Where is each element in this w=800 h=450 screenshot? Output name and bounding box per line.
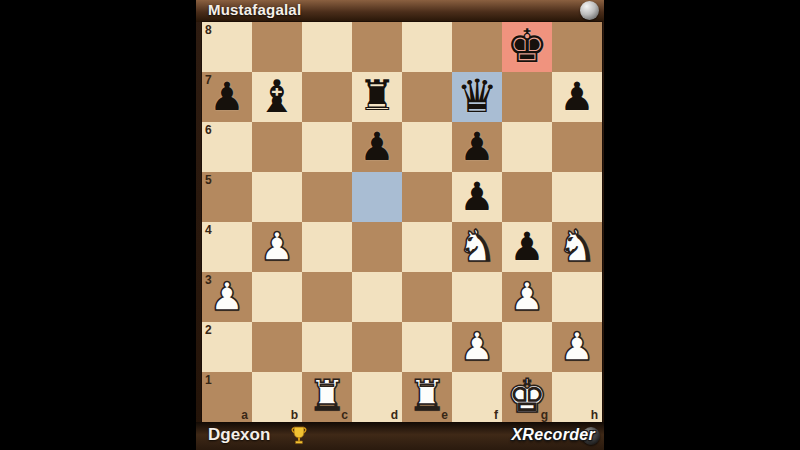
chess-board: 8♚7♟♝♜♛♟6♟♟5♟4♟♞♟♞3♟♟2♟♟1abc♜de♜fg♚h [202,22,602,422]
square-g3[interactable]: ♟ [502,272,552,322]
square-a2[interactable]: 2 [202,322,252,372]
rank-label-6: 6 [205,123,212,137]
square-d4[interactable] [352,222,402,272]
square-c8[interactable] [302,22,352,72]
square-a7[interactable]: 7♟ [202,72,252,122]
square-a6[interactable]: 6 [202,122,252,172]
square-h1[interactable]: h [552,372,602,422]
square-a3[interactable]: 3♟ [202,272,252,322]
file-label-h: h [591,408,598,422]
piece-white-knight[interactable]: ♞ [452,221,502,271]
piece-black-pawn[interactable]: ♟ [502,221,552,271]
square-e3[interactable] [402,272,452,322]
piece-black-pawn[interactable]: ♟ [552,71,602,121]
piece-black-bishop[interactable]: ♝ [252,71,302,121]
square-f5[interactable]: ♟ [452,172,502,222]
file-label-a: a [241,408,248,422]
top-player-name: Mustafagalal [208,1,301,18]
rank-label-1: 1 [205,373,212,387]
square-h3[interactable] [552,272,602,322]
square-d8[interactable] [352,22,402,72]
square-c6[interactable] [302,122,352,172]
piece-white-pawn[interactable]: ♟ [252,221,302,271]
square-h6[interactable] [552,122,602,172]
square-e6[interactable] [402,122,452,172]
square-a5[interactable]: 5 [202,172,252,222]
piece-white-rook[interactable]: ♜ [302,371,352,421]
square-h4[interactable]: ♞ [552,222,602,272]
piece-black-pawn[interactable]: ♟ [452,121,502,171]
square-d1[interactable]: d [352,372,402,422]
piece-white-king[interactable]: ♚ [502,371,552,421]
chess-app-window: Mustafagalal 8♚7♟♝♜♛♟6♟♟5♟4♟♞♟♞3♟♟2♟♟1ab… [196,0,604,450]
square-c3[interactable] [302,272,352,322]
square-f2[interactable]: ♟ [452,322,502,372]
bottom-player-name: Dgexon [208,425,270,445]
square-f4[interactable]: ♞ [452,222,502,272]
file-label-f: f [494,408,498,422]
square-b7[interactable]: ♝ [252,72,302,122]
square-h7[interactable]: ♟ [552,72,602,122]
piece-white-pawn[interactable]: ♟ [502,271,552,321]
square-b1[interactable]: b [252,372,302,422]
square-h8[interactable] [552,22,602,72]
square-g7[interactable] [502,72,552,122]
rank-label-2: 2 [205,323,212,337]
piece-black-pawn[interactable]: ♟ [352,121,402,171]
square-e4[interactable] [402,222,452,272]
square-b4[interactable]: ♟ [252,222,302,272]
rank-label-5: 5 [205,173,212,187]
square-b5[interactable] [252,172,302,222]
square-g5[interactable] [502,172,552,222]
piece-black-king[interactable]: ♚ [502,21,552,71]
square-g4[interactable]: ♟ [502,222,552,272]
square-h2[interactable]: ♟ [552,322,602,372]
square-f3[interactable] [452,272,502,322]
piece-black-pawn[interactable]: ♟ [452,171,502,221]
square-g1[interactable]: g♚ [502,372,552,422]
square-a8[interactable]: 8 [202,22,252,72]
bottom-player-bar: Dgexon XRecorder [196,422,604,450]
square-c1[interactable]: c♜ [302,372,352,422]
piece-white-pawn[interactable]: ♟ [202,271,252,321]
square-b6[interactable] [252,122,302,172]
file-label-b: b [291,408,298,422]
file-label-d: d [391,408,398,422]
square-e2[interactable] [402,322,452,372]
square-d6[interactable]: ♟ [352,122,402,172]
square-e1[interactable]: e♜ [402,372,452,422]
square-b8[interactable] [252,22,302,72]
square-c5[interactable] [302,172,352,222]
piece-black-pawn[interactable]: ♟ [202,71,252,121]
square-f8[interactable] [452,22,502,72]
piece-black-rook[interactable]: ♜ [352,71,402,121]
square-d2[interactable] [352,322,402,372]
square-h5[interactable] [552,172,602,222]
square-b3[interactable] [252,272,302,322]
square-b2[interactable] [252,322,302,372]
square-c7[interactable] [302,72,352,122]
square-g8[interactable]: ♚ [502,22,552,72]
piece-white-knight[interactable]: ♞ [552,221,602,271]
piece-white-rook[interactable]: ♜ [402,371,452,421]
piece-white-pawn[interactable]: ♟ [552,321,602,371]
square-f7[interactable]: ♛ [452,72,502,122]
square-e5[interactable] [402,172,452,222]
rank-label-8: 8 [205,23,212,37]
square-c4[interactable] [302,222,352,272]
rank-label-4: 4 [205,223,212,237]
square-d7[interactable]: ♜ [352,72,402,122]
square-d3[interactable] [352,272,402,322]
square-e8[interactable] [402,22,452,72]
glossy-light-ball-icon [580,1,599,20]
trophy-icon [291,426,307,449]
square-c2[interactable] [302,322,352,372]
square-a1[interactable]: 1a [202,372,252,422]
screen-recorder-watermark: XRecorder [511,426,595,444]
square-f6[interactable]: ♟ [452,122,502,172]
square-f1[interactable]: f [452,372,502,422]
screen: Mustafagalal 8♚7♟♝♜♛♟6♟♟5♟4♟♞♟♞3♟♟2♟♟1ab… [0,0,800,450]
square-e7[interactable] [402,72,452,122]
square-g2[interactable] [502,322,552,372]
square-g6[interactable] [502,122,552,172]
square-a4[interactable]: 4 [202,222,252,272]
piece-white-pawn[interactable]: ♟ [452,321,502,371]
square-d5[interactable] [352,172,402,222]
piece-black-queen[interactable]: ♛ [452,71,502,121]
